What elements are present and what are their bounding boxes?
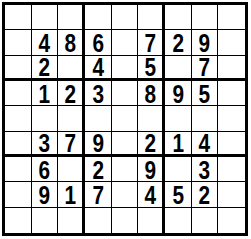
sudoku-cell-r2c5[interactable]	[112, 30, 139, 55]
given-digit: 9	[199, 30, 211, 55]
given-digit: 9	[92, 132, 104, 157]
sudoku-cell-r6c7[interactable]: 1	[165, 132, 192, 157]
sudoku-cell-r4c6[interactable]: 8	[138, 81, 165, 106]
sudoku-cell-r5c3[interactable]	[58, 106, 85, 131]
given-digit: 3	[92, 81, 104, 106]
sudoku-cell-r9c4[interactable]	[85, 208, 112, 233]
sudoku-cell-r3c4[interactable]: 4	[85, 56, 112, 81]
sudoku-cell-r6c9[interactable]	[218, 132, 245, 157]
sudoku-cell-r1c3[interactable]	[58, 5, 85, 30]
sudoku-cell-r1c5[interactable]	[112, 5, 139, 30]
sudoku-cell-r1c2[interactable]	[32, 5, 59, 30]
sudoku-cell-r6c3[interactable]: 7	[58, 132, 85, 157]
sudoku-cell-r4c8[interactable]: 5	[192, 81, 219, 106]
sudoku-cell-r1c9[interactable]	[218, 5, 245, 30]
sudoku-cell-r4c4[interactable]: 3	[85, 81, 112, 106]
sudoku-cell-r2c1[interactable]	[5, 30, 32, 55]
sudoku-cell-r7c8[interactable]: 3	[192, 157, 219, 182]
sudoku-cell-r4c3[interactable]: 2	[58, 81, 85, 106]
sudoku-cell-r6c8[interactable]: 4	[192, 132, 219, 157]
given-digit: 7	[199, 56, 211, 81]
given-digit: 5	[144, 56, 156, 81]
given-digit: 4	[39, 30, 51, 55]
given-digit: 1	[39, 81, 51, 106]
given-digit: 2	[172, 30, 184, 55]
sudoku-cell-r7c2[interactable]: 6	[32, 157, 59, 182]
sudoku-cell-r2c4[interactable]: 6	[85, 30, 112, 55]
sudoku-cell-r7c5[interactable]	[112, 157, 139, 182]
sudoku-cell-r7c9[interactable]	[218, 157, 245, 182]
sudoku-cell-r4c9[interactable]	[218, 81, 245, 106]
sudoku-cell-r4c7[interactable]: 9	[165, 81, 192, 106]
sudoku-cell-r5c5[interactable]	[112, 106, 139, 131]
sudoku-cell-r5c7[interactable]	[165, 106, 192, 131]
sudoku-board: 48672924571238953792146293917452	[2, 2, 248, 236]
given-digit: 2	[144, 132, 156, 157]
sudoku-cell-r9c5[interactable]	[112, 208, 139, 233]
sudoku-cell-r1c4[interactable]	[85, 5, 112, 30]
given-digit: 6	[39, 157, 51, 182]
given-digit: 3	[39, 132, 51, 157]
sudoku-cell-r1c1[interactable]	[5, 5, 32, 30]
given-digit: 1	[172, 132, 184, 157]
given-digit: 9	[172, 81, 184, 106]
sudoku-cell-r1c6[interactable]	[138, 5, 165, 30]
sudoku-cell-r2c7[interactable]: 2	[165, 30, 192, 55]
sudoku-cell-r5c8[interactable]	[192, 106, 219, 131]
given-digit: 2	[92, 157, 104, 182]
sudoku-cell-r6c6[interactable]: 2	[138, 132, 165, 157]
sudoku-cell-r8c6[interactable]: 4	[138, 182, 165, 207]
given-digit: 4	[199, 132, 211, 157]
sudoku-cell-r7c7[interactable]	[165, 157, 192, 182]
sudoku-cell-r3c7[interactable]	[165, 56, 192, 81]
sudoku-cell-r5c1[interactable]	[5, 106, 32, 131]
sudoku-cell-r9c1[interactable]	[5, 208, 32, 233]
given-digit: 7	[64, 132, 76, 157]
sudoku-cell-r8c8[interactable]: 2	[192, 182, 219, 207]
sudoku-cell-r9c9[interactable]	[218, 208, 245, 233]
sudoku-cell-r8c9[interactable]	[218, 182, 245, 207]
given-digit: 5	[199, 81, 211, 106]
sudoku-cell-r3c1[interactable]	[5, 56, 32, 81]
sudoku-cell-r3c3[interactable]	[58, 56, 85, 81]
sudoku-cell-r9c3[interactable]	[58, 208, 85, 233]
sudoku-cell-r1c7[interactable]	[165, 5, 192, 30]
given-digit: 7	[92, 182, 104, 207]
sudoku-cell-r6c1[interactable]	[5, 132, 32, 157]
sudoku-cell-r8c7[interactable]: 5	[165, 182, 192, 207]
sudoku-cell-r8c5[interactable]	[112, 182, 139, 207]
given-digit: 8	[64, 30, 76, 55]
sudoku-page: 48672924571238953792146293917452	[0, 0, 251, 239]
sudoku-cell-r2c3[interactable]: 8	[58, 30, 85, 55]
sudoku-cell-r2c6[interactable]: 7	[138, 30, 165, 55]
given-digit: 2	[39, 56, 51, 81]
sudoku-cell-r5c2[interactable]	[32, 106, 59, 131]
sudoku-cell-r3c8[interactable]: 7	[192, 56, 219, 81]
sudoku-cell-r2c8[interactable]: 9	[192, 30, 219, 55]
sudoku-cell-r8c4[interactable]: 7	[85, 182, 112, 207]
sudoku-cell-r9c2[interactable]	[32, 208, 59, 233]
given-digit: 8	[144, 81, 156, 106]
sudoku-cell-r4c2[interactable]: 1	[32, 81, 59, 106]
given-digit: 6	[92, 30, 104, 55]
sudoku-cell-r8c1[interactable]	[5, 182, 32, 207]
sudoku-cell-r5c9[interactable]	[218, 106, 245, 131]
sudoku-cell-r2c2[interactable]: 4	[32, 30, 59, 55]
given-digit: 1	[64, 182, 76, 207]
given-digit: 2	[64, 81, 76, 106]
sudoku-cell-r9c8[interactable]	[192, 208, 219, 233]
given-digit: 7	[144, 30, 156, 55]
given-digit: 5	[172, 182, 184, 207]
sudoku-cell-r4c1[interactable]	[5, 81, 32, 106]
sudoku-cell-r5c6[interactable]	[138, 106, 165, 131]
sudoku-cell-r7c4[interactable]: 2	[85, 157, 112, 182]
sudoku-cell-r4c5[interactable]	[112, 81, 139, 106]
sudoku-cell-r1c8[interactable]	[192, 5, 219, 30]
sudoku-cell-r7c1[interactable]	[5, 157, 32, 182]
sudoku-cell-r9c6[interactable]	[138, 208, 165, 233]
given-digit: 4	[144, 182, 156, 207]
sudoku-cell-r6c2[interactable]: 3	[32, 132, 59, 157]
sudoku-cell-r9c7[interactable]	[165, 208, 192, 233]
sudoku-cell-r7c6[interactable]: 9	[138, 157, 165, 182]
sudoku-cell-r3c2[interactable]: 2	[32, 56, 59, 81]
given-digit: 9	[144, 157, 156, 182]
given-digit: 3	[199, 157, 211, 182]
given-digit: 2	[199, 182, 211, 207]
sudoku-cell-r3c5[interactable]	[112, 56, 139, 81]
sudoku-cell-r3c9[interactable]	[218, 56, 245, 81]
sudoku-cell-r2c9[interactable]	[218, 30, 245, 55]
sudoku-cell-r8c3[interactable]: 1	[58, 182, 85, 207]
sudoku-cell-r6c4[interactable]: 9	[85, 132, 112, 157]
sudoku-cell-r7c3[interactable]	[58, 157, 85, 182]
sudoku-cell-r8c2[interactable]: 9	[32, 182, 59, 207]
sudoku-cell-r5c4[interactable]	[85, 106, 112, 131]
sudoku-cell-r3c6[interactable]: 5	[138, 56, 165, 81]
sudoku-cell-r6c5[interactable]	[112, 132, 139, 157]
given-digit: 9	[39, 182, 51, 207]
given-digit: 4	[92, 56, 104, 81]
